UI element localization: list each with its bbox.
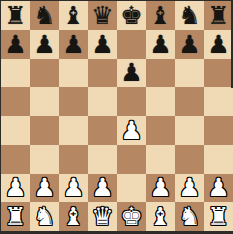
square-b4[interactable] bbox=[30, 116, 59, 145]
square-d1[interactable]: ♛ bbox=[88, 202, 117, 231]
square-d8[interactable]: ♛ bbox=[88, 1, 117, 30]
white-pawn[interactable]: ♟ bbox=[120, 118, 142, 143]
square-a2[interactable]: ♟ bbox=[1, 174, 30, 203]
black-pawn[interactable]: ♟ bbox=[91, 32, 113, 57]
black-pawn[interactable]: ♟ bbox=[178, 32, 200, 57]
white-knight[interactable]: ♞ bbox=[33, 204, 55, 229]
chess-board-screenshot: ♜♞♝♛♚♝♞♜♟♟♟♟♟♟♟♟♟♟♟♟♟♟♟♟♜♞♝♛♚♝♞♜ bbox=[0, 0, 233, 234]
square-g8[interactable]: ♞ bbox=[175, 1, 204, 30]
black-bishop[interactable]: ♝ bbox=[149, 3, 171, 28]
white-pawn[interactable]: ♟ bbox=[178, 175, 200, 200]
square-d2[interactable]: ♟ bbox=[88, 174, 117, 203]
black-king[interactable]: ♚ bbox=[120, 3, 142, 28]
square-c4[interactable] bbox=[59, 116, 88, 145]
square-c8[interactable]: ♝ bbox=[59, 1, 88, 30]
chess-board[interactable]: ♜♞♝♛♚♝♞♜♟♟♟♟♟♟♟♟♟♟♟♟♟♟♟♟♜♞♝♛♚♝♞♜ bbox=[1, 1, 233, 231]
square-d6[interactable] bbox=[88, 59, 117, 88]
square-a8[interactable]: ♜ bbox=[1, 1, 30, 30]
square-a1[interactable]: ♜ bbox=[1, 202, 30, 231]
square-e6[interactable]: ♟ bbox=[117, 59, 146, 88]
square-c6[interactable] bbox=[59, 59, 88, 88]
white-pawn[interactable]: ♟ bbox=[4, 175, 26, 200]
square-g5[interactable] bbox=[175, 87, 204, 116]
square-b3[interactable] bbox=[30, 145, 59, 174]
black-bishop[interactable]: ♝ bbox=[62, 3, 84, 28]
square-f3[interactable] bbox=[146, 145, 175, 174]
square-g4[interactable] bbox=[175, 116, 204, 145]
black-queen[interactable]: ♛ bbox=[91, 3, 113, 28]
screen-edge-shadow bbox=[231, 0, 233, 88]
black-rook[interactable]: ♜ bbox=[4, 3, 26, 28]
white-bishop[interactable]: ♝ bbox=[149, 204, 171, 229]
black-pawn[interactable]: ♟ bbox=[33, 32, 55, 57]
black-knight[interactable]: ♞ bbox=[33, 3, 55, 28]
black-pawn[interactable]: ♟ bbox=[120, 60, 142, 85]
black-pawn[interactable]: ♟ bbox=[207, 32, 229, 57]
square-e8[interactable]: ♚ bbox=[117, 1, 146, 30]
white-queen[interactable]: ♛ bbox=[91, 204, 113, 229]
square-c5[interactable] bbox=[59, 87, 88, 116]
square-e1[interactable]: ♚ bbox=[117, 202, 146, 231]
square-h6[interactable] bbox=[204, 59, 233, 88]
square-e2[interactable] bbox=[117, 174, 146, 203]
square-g6[interactable] bbox=[175, 59, 204, 88]
square-h1[interactable]: ♜ bbox=[204, 202, 233, 231]
square-f1[interactable]: ♝ bbox=[146, 202, 175, 231]
black-pawn[interactable]: ♟ bbox=[4, 32, 26, 57]
black-rook[interactable]: ♜ bbox=[207, 3, 229, 28]
square-e4[interactable]: ♟ bbox=[117, 116, 146, 145]
white-rook[interactable]: ♜ bbox=[4, 204, 26, 229]
black-pawn[interactable]: ♟ bbox=[149, 32, 171, 57]
white-pawn[interactable]: ♟ bbox=[149, 175, 171, 200]
square-b5[interactable] bbox=[30, 87, 59, 116]
white-knight[interactable]: ♞ bbox=[178, 204, 200, 229]
square-e5[interactable] bbox=[117, 87, 146, 116]
square-d5[interactable] bbox=[88, 87, 117, 116]
square-d3[interactable] bbox=[88, 145, 117, 174]
square-b2[interactable]: ♟ bbox=[30, 174, 59, 203]
square-f2[interactable]: ♟ bbox=[146, 174, 175, 203]
white-pawn[interactable]: ♟ bbox=[91, 175, 113, 200]
white-king[interactable]: ♚ bbox=[120, 204, 142, 229]
square-h2[interactable]: ♟ bbox=[204, 174, 233, 203]
square-b7[interactable]: ♟ bbox=[30, 30, 59, 59]
square-f8[interactable]: ♝ bbox=[146, 1, 175, 30]
black-pawn[interactable]: ♟ bbox=[62, 32, 84, 57]
square-c7[interactable]: ♟ bbox=[59, 30, 88, 59]
square-e3[interactable] bbox=[117, 145, 146, 174]
square-c3[interactable] bbox=[59, 145, 88, 174]
square-h4[interactable] bbox=[204, 116, 233, 145]
square-a4[interactable] bbox=[1, 116, 30, 145]
square-g3[interactable] bbox=[175, 145, 204, 174]
white-bishop[interactable]: ♝ bbox=[62, 204, 84, 229]
square-e7[interactable] bbox=[117, 30, 146, 59]
square-c2[interactable]: ♟ bbox=[59, 174, 88, 203]
square-b1[interactable]: ♞ bbox=[30, 202, 59, 231]
square-g7[interactable]: ♟ bbox=[175, 30, 204, 59]
square-d7[interactable]: ♟ bbox=[88, 30, 117, 59]
square-f7[interactable]: ♟ bbox=[146, 30, 175, 59]
square-a3[interactable] bbox=[1, 145, 30, 174]
square-a6[interactable] bbox=[1, 59, 30, 88]
square-d4[interactable] bbox=[88, 116, 117, 145]
square-f6[interactable] bbox=[146, 59, 175, 88]
square-f4[interactable] bbox=[146, 116, 175, 145]
white-pawn[interactable]: ♟ bbox=[33, 175, 55, 200]
square-b6[interactable] bbox=[30, 59, 59, 88]
square-b8[interactable]: ♞ bbox=[30, 1, 59, 30]
square-h5[interactable] bbox=[204, 87, 233, 116]
square-a7[interactable]: ♟ bbox=[1, 30, 30, 59]
square-h7[interactable]: ♟ bbox=[204, 30, 233, 59]
square-g1[interactable]: ♞ bbox=[175, 202, 204, 231]
square-h8[interactable]: ♜ bbox=[204, 1, 233, 30]
square-h3[interactable] bbox=[204, 145, 233, 174]
square-f5[interactable] bbox=[146, 87, 175, 116]
white-rook[interactable]: ♜ bbox=[207, 204, 229, 229]
black-knight[interactable]: ♞ bbox=[178, 3, 200, 28]
square-a5[interactable] bbox=[1, 87, 30, 116]
white-pawn[interactable]: ♟ bbox=[207, 175, 229, 200]
white-pawn[interactable]: ♟ bbox=[62, 175, 84, 200]
square-c1[interactable]: ♝ bbox=[59, 202, 88, 231]
square-g2[interactable]: ♟ bbox=[175, 174, 204, 203]
